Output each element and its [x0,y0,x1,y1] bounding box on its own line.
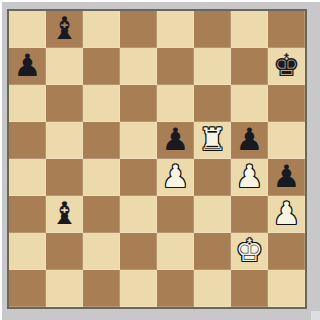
square-g8[interactable] [231,11,268,48]
square-b1[interactable] [46,270,83,307]
square-d6[interactable] [120,85,157,122]
square-h2[interactable] [268,233,305,270]
square-d5[interactable] [120,122,157,159]
square-b3[interactable]: ♝ [46,196,83,233]
piece-black-pawn: ♟ [273,158,301,195]
frame-corner-highlight [311,311,320,320]
square-f6[interactable] [194,85,231,122]
square-c4[interactable] [83,159,120,196]
square-b2[interactable] [46,233,83,270]
square-c8[interactable] [83,11,120,48]
square-d7[interactable] [120,48,157,85]
square-c7[interactable] [83,48,120,85]
piece-black-pawn: ♟ [162,121,190,158]
square-c5[interactable] [83,122,120,159]
square-e8[interactable] [157,11,194,48]
square-b6[interactable] [46,85,83,122]
square-e6[interactable] [157,85,194,122]
square-a5[interactable] [9,122,46,159]
piece-white-pawn: ♟ [236,158,264,195]
square-e1[interactable] [157,270,194,307]
square-a1[interactable] [9,270,46,307]
square-f3[interactable] [194,196,231,233]
chess-board: ♝♟♚♟♜♟♟♟♟♝♟♚ [9,11,305,307]
square-b4[interactable] [46,159,83,196]
piece-white-rook: ♜ [199,121,227,158]
piece-black-pawn: ♟ [14,47,42,84]
square-a2[interactable] [9,233,46,270]
square-g3[interactable] [231,196,268,233]
square-f1[interactable] [194,270,231,307]
square-a6[interactable] [9,85,46,122]
square-g4[interactable]: ♟ [231,159,268,196]
piece-black-bishop: ♝ [51,10,79,47]
square-g1[interactable] [231,270,268,307]
square-g6[interactable] [231,85,268,122]
square-b7[interactable] [46,48,83,85]
piece-white-king: ♚ [236,232,264,269]
square-g5[interactable]: ♟ [231,122,268,159]
square-e7[interactable] [157,48,194,85]
square-g2[interactable]: ♚ [231,233,268,270]
square-d3[interactable] [120,196,157,233]
square-d8[interactable] [120,11,157,48]
square-b8[interactable]: ♝ [46,11,83,48]
chess-diagram-page: ♝♟♚♟♜♟♟♟♟♝♟♚ [0,0,320,320]
square-f8[interactable] [194,11,231,48]
square-h5[interactable] [268,122,305,159]
square-a7[interactable]: ♟ [9,48,46,85]
square-e3[interactable] [157,196,194,233]
square-h1[interactable] [268,270,305,307]
square-g7[interactable] [231,48,268,85]
square-h8[interactable] [268,11,305,48]
square-f5[interactable]: ♜ [194,122,231,159]
square-d4[interactable] [120,159,157,196]
square-h4[interactable]: ♟ [268,159,305,196]
square-a3[interactable] [9,196,46,233]
piece-black-bishop: ♝ [51,195,79,232]
square-d1[interactable] [120,270,157,307]
square-h7[interactable]: ♚ [268,48,305,85]
square-e5[interactable]: ♟ [157,122,194,159]
square-f2[interactable] [194,233,231,270]
board-border: ♝♟♚♟♜♟♟♟♟♝♟♚ [7,9,307,309]
square-b5[interactable] [46,122,83,159]
square-c2[interactable] [83,233,120,270]
square-e2[interactable] [157,233,194,270]
square-a4[interactable] [9,159,46,196]
piece-white-pawn: ♟ [273,195,301,232]
square-a8[interactable] [9,11,46,48]
piece-white-pawn: ♟ [162,158,190,195]
piece-black-king: ♚ [273,47,301,84]
square-h6[interactable] [268,85,305,122]
piece-black-pawn: ♟ [236,121,264,158]
square-f4[interactable] [194,159,231,196]
square-e4[interactable]: ♟ [157,159,194,196]
square-f7[interactable] [194,48,231,85]
square-c3[interactable] [83,196,120,233]
square-c6[interactable] [83,85,120,122]
square-d2[interactable] [120,233,157,270]
square-h3[interactable]: ♟ [268,196,305,233]
square-c1[interactable] [83,270,120,307]
